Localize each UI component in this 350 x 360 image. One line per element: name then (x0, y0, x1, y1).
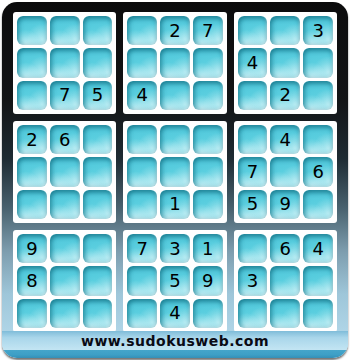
cell-r8c9[interactable] (303, 266, 333, 295)
cell-r6c1[interactable] (17, 190, 47, 219)
board-block-2: 274 (123, 12, 226, 114)
cell-r7c1: 9 (17, 234, 47, 263)
cell-r1c8[interactable] (270, 16, 300, 45)
cell-r4c6[interactable] (193, 125, 223, 154)
cell-r4c4[interactable] (127, 125, 157, 154)
cell-r4c9[interactable] (303, 125, 333, 154)
cell-r9c3[interactable] (83, 299, 113, 328)
cell-r2c9[interactable] (303, 48, 333, 77)
cell-r3c9[interactable] (303, 81, 333, 110)
cell-r6c5: 1 (160, 190, 190, 219)
board-block-8: 731594 (123, 230, 226, 332)
cell-r4c7[interactable] (238, 125, 268, 154)
cell-r5c8[interactable] (270, 157, 300, 186)
cell-r8c1: 8 (17, 266, 47, 295)
cell-r6c7: 5 (238, 190, 268, 219)
cell-r6c8: 9 (270, 190, 300, 219)
cell-r4c8: 4 (270, 125, 300, 154)
cell-r1c2[interactable] (50, 16, 80, 45)
board-block-9: 643 (234, 230, 337, 332)
cell-r8c8[interactable] (270, 266, 300, 295)
cell-r8c5: 5 (160, 266, 190, 295)
cell-r1c6: 7 (193, 16, 223, 45)
sudoku-board: 752743422614765998731594643 (13, 12, 337, 332)
cell-r7c8: 6 (270, 234, 300, 263)
cell-r3c1[interactable] (17, 81, 47, 110)
cell-r1c5: 2 (160, 16, 190, 45)
board-block-3: 342 (234, 12, 337, 114)
cell-r6c3[interactable] (83, 190, 113, 219)
cell-r2c1[interactable] (17, 48, 47, 77)
cell-r6c6[interactable] (193, 190, 223, 219)
cell-r4c5[interactable] (160, 125, 190, 154)
cell-r7c7[interactable] (238, 234, 268, 263)
cell-r7c6: 1 (193, 234, 223, 263)
cell-r8c6: 9 (193, 266, 223, 295)
cell-r9c1[interactable] (17, 299, 47, 328)
cell-r2c2[interactable] (50, 48, 80, 77)
cell-r2c6[interactable] (193, 48, 223, 77)
cell-r7c3[interactable] (83, 234, 113, 263)
cell-r8c4[interactable] (127, 266, 157, 295)
cell-r3c6[interactable] (193, 81, 223, 110)
board-block-7: 98 (13, 230, 116, 332)
board-block-4: 26 (13, 121, 116, 223)
footer-band: www.sudokusweb.com (2, 331, 348, 350)
cell-r3c7[interactable] (238, 81, 268, 110)
cell-r4c3[interactable] (83, 125, 113, 154)
board-block-5: 1 (123, 121, 226, 223)
cell-r9c4[interactable] (127, 299, 157, 328)
footer-strip (2, 350, 348, 358)
cell-r3c8: 2 (270, 81, 300, 110)
cell-r8c2[interactable] (50, 266, 80, 295)
board-block-1: 75 (13, 12, 116, 114)
cell-r1c7[interactable] (238, 16, 268, 45)
cell-r9c9[interactable] (303, 299, 333, 328)
cell-r1c4[interactable] (127, 16, 157, 45)
sudoku-widget: 752743422614765998731594643 www.sudokusw… (0, 0, 350, 360)
cell-r4c1: 2 (17, 125, 47, 154)
cell-r8c3[interactable] (83, 266, 113, 295)
cell-r5c1[interactable] (17, 157, 47, 186)
board-block-6: 47659 (234, 121, 337, 223)
cell-r8c7: 3 (238, 266, 268, 295)
cell-r7c4: 7 (127, 234, 157, 263)
cell-r3c3: 5 (83, 81, 113, 110)
cell-r2c8[interactable] (270, 48, 300, 77)
cell-r7c2[interactable] (50, 234, 80, 263)
cell-r5c6[interactable] (193, 157, 223, 186)
cell-r2c5[interactable] (160, 48, 190, 77)
cell-r6c9[interactable] (303, 190, 333, 219)
cell-r5c7: 7 (238, 157, 268, 186)
cell-r2c4[interactable] (127, 48, 157, 77)
cell-r7c5: 3 (160, 234, 190, 263)
cell-r3c4: 4 (127, 81, 157, 110)
board-frame: 752743422614765998731594643 www.sudokusw… (2, 2, 348, 358)
cell-r9c5: 4 (160, 299, 190, 328)
cell-r5c9: 6 (303, 157, 333, 186)
cell-r9c2[interactable] (50, 299, 80, 328)
cell-r5c5[interactable] (160, 157, 190, 186)
footer: www.sudokusweb.com (2, 331, 348, 358)
cell-r2c3[interactable] (83, 48, 113, 77)
cell-r6c4[interactable] (127, 190, 157, 219)
cell-r1c1[interactable] (17, 16, 47, 45)
cell-r9c7[interactable] (238, 299, 268, 328)
cell-r6c2[interactable] (50, 190, 80, 219)
cell-r7c9: 4 (303, 234, 333, 263)
cell-r3c5[interactable] (160, 81, 190, 110)
cell-r5c2[interactable] (50, 157, 80, 186)
cell-r5c3[interactable] (83, 157, 113, 186)
cell-r2c7: 4 (238, 48, 268, 77)
cell-r9c6[interactable] (193, 299, 223, 328)
cell-r4c2: 6 (50, 125, 80, 154)
cell-r3c2: 7 (50, 81, 80, 110)
site-url-link[interactable]: www.sudokusweb.com (81, 333, 269, 349)
cell-r5c4[interactable] (127, 157, 157, 186)
cell-r1c3[interactable] (83, 16, 113, 45)
cell-r1c9: 3 (303, 16, 333, 45)
cell-r9c8[interactable] (270, 299, 300, 328)
